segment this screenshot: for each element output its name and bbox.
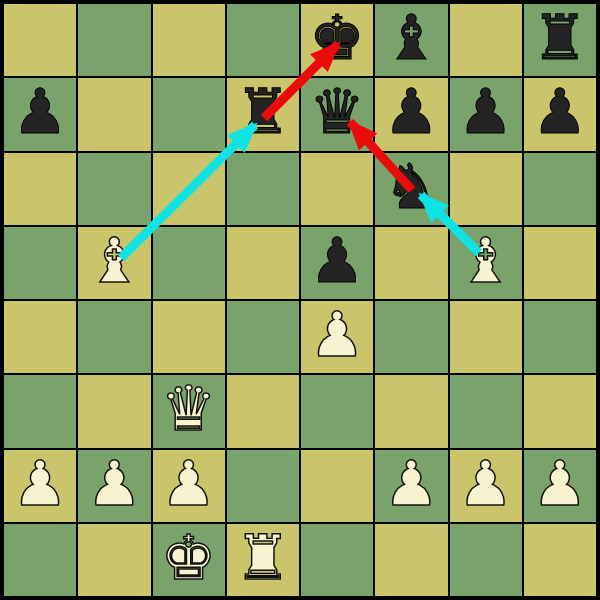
square-d2[interactable]	[226, 449, 300, 523]
square-f4[interactable]	[374, 300, 448, 374]
square-c7[interactable]	[152, 77, 226, 151]
piece-white-rook: ♜	[235, 527, 291, 589]
piece-black-queen: ♛	[309, 81, 365, 143]
square-f5[interactable]	[374, 226, 448, 300]
square-e1[interactable]	[300, 523, 374, 597]
square-a3[interactable]	[3, 374, 77, 448]
square-g8[interactable]	[449, 3, 523, 77]
square-f1[interactable]	[374, 523, 448, 597]
piece-white-pawn: ♟	[384, 453, 440, 515]
square-g7[interactable]: ♟	[449, 77, 523, 151]
piece-black-king: ♚	[309, 7, 365, 69]
square-b4[interactable]	[77, 300, 151, 374]
piece-white-pawn: ♟	[161, 453, 217, 515]
square-b8[interactable]	[77, 3, 151, 77]
square-h1[interactable]	[523, 523, 597, 597]
piece-black-knight: ♞	[384, 156, 440, 218]
square-h3[interactable]	[523, 374, 597, 448]
square-b6[interactable]	[77, 152, 151, 226]
square-d4[interactable]	[226, 300, 300, 374]
chess-board: ♚♝♜♟♜♛♟♟♟♞♝♟♝♟♛♟♟♟♟♟♟♚♜	[0, 0, 600, 600]
square-c8[interactable]	[152, 3, 226, 77]
square-g3[interactable]	[449, 374, 523, 448]
square-h7[interactable]: ♟	[523, 77, 597, 151]
square-e2[interactable]	[300, 449, 374, 523]
piece-white-bishop: ♝	[458, 230, 514, 292]
square-e6[interactable]	[300, 152, 374, 226]
square-b3[interactable]	[77, 374, 151, 448]
piece-black-pawn: ♟	[309, 230, 365, 292]
square-f3[interactable]	[374, 374, 448, 448]
square-f7[interactable]: ♟	[374, 77, 448, 151]
square-e3[interactable]	[300, 374, 374, 448]
square-b1[interactable]	[77, 523, 151, 597]
square-d8[interactable]	[226, 3, 300, 77]
square-a6[interactable]	[3, 152, 77, 226]
square-b7[interactable]	[77, 77, 151, 151]
square-b2[interactable]: ♟	[77, 449, 151, 523]
square-h2[interactable]: ♟	[523, 449, 597, 523]
square-d5[interactable]	[226, 226, 300, 300]
piece-black-bishop: ♝	[384, 7, 440, 69]
square-h6[interactable]	[523, 152, 597, 226]
square-d3[interactable]	[226, 374, 300, 448]
chess-board-container: ♚♝♜♟♜♛♟♟♟♞♝♟♝♟♛♟♟♟♟♟♟♚♜	[0, 0, 600, 600]
square-a1[interactable]	[3, 523, 77, 597]
square-f8[interactable]: ♝	[374, 3, 448, 77]
piece-white-king: ♚	[161, 527, 217, 589]
square-c4[interactable]	[152, 300, 226, 374]
square-a8[interactable]	[3, 3, 77, 77]
piece-black-pawn: ♟	[458, 81, 514, 143]
piece-white-pawn: ♟	[87, 453, 143, 515]
square-c3[interactable]: ♛	[152, 374, 226, 448]
piece-white-queen: ♛	[161, 378, 217, 440]
square-e8[interactable]: ♚	[300, 3, 374, 77]
square-g2[interactable]: ♟	[449, 449, 523, 523]
piece-black-pawn: ♟	[532, 81, 588, 143]
square-a4[interactable]	[3, 300, 77, 374]
square-h8[interactable]: ♜	[523, 3, 597, 77]
square-g1[interactable]	[449, 523, 523, 597]
square-d1[interactable]: ♜	[226, 523, 300, 597]
piece-black-pawn: ♟	[12, 81, 68, 143]
piece-black-rook: ♜	[532, 7, 588, 69]
square-g4[interactable]	[449, 300, 523, 374]
square-f6[interactable]: ♞	[374, 152, 448, 226]
square-h4[interactable]	[523, 300, 597, 374]
square-a2[interactable]: ♟	[3, 449, 77, 523]
square-e4[interactable]: ♟	[300, 300, 374, 374]
square-f2[interactable]: ♟	[374, 449, 448, 523]
piece-white-pawn: ♟	[458, 453, 514, 515]
square-g5[interactable]: ♝	[449, 226, 523, 300]
square-g6[interactable]	[449, 152, 523, 226]
piece-black-pawn: ♟	[384, 81, 440, 143]
piece-white-pawn: ♟	[309, 304, 365, 366]
square-e7[interactable]: ♛	[300, 77, 374, 151]
piece-black-rook: ♜	[235, 81, 291, 143]
square-c2[interactable]: ♟	[152, 449, 226, 523]
piece-white-pawn: ♟	[532, 453, 588, 515]
square-a5[interactable]	[3, 226, 77, 300]
square-a7[interactable]: ♟	[3, 77, 77, 151]
square-e5[interactable]: ♟	[300, 226, 374, 300]
square-c5[interactable]	[152, 226, 226, 300]
square-d6[interactable]	[226, 152, 300, 226]
square-b5[interactable]: ♝	[77, 226, 151, 300]
square-d7[interactable]: ♜	[226, 77, 300, 151]
piece-white-bishop: ♝	[87, 230, 143, 292]
square-c1[interactable]: ♚	[152, 523, 226, 597]
piece-white-pawn: ♟	[12, 453, 68, 515]
square-c6[interactable]	[152, 152, 226, 226]
square-h5[interactable]	[523, 226, 597, 300]
